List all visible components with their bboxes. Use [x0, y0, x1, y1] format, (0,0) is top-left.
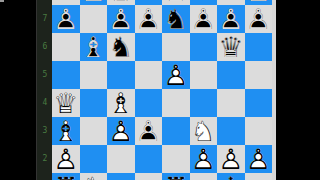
square-b1[interactable]: ♞♘ [80, 173, 108, 180]
square-c4[interactable]: ♝♗ [107, 89, 135, 117]
piece-glyph-outline: ♙ [52, 5, 80, 33]
piece-glyph-outline: ♙ [135, 5, 163, 33]
piece-black-pawn-f7[interactable]: ♟♙ [190, 5, 218, 33]
piece-white-pawn-a2[interactable]: ♟♙ [52, 145, 80, 173]
square-e6[interactable] [162, 33, 190, 61]
video-artifact [0, 0, 4, 2]
piece-black-queen-g6[interactable]: ♛♕ [217, 33, 245, 61]
square-a6[interactable] [52, 33, 80, 61]
square-c5[interactable] [107, 61, 135, 89]
square-a3[interactable]: ♝♗ [52, 117, 80, 145]
square-e7[interactable]: ♞♘ [162, 5, 190, 33]
square-g2[interactable]: ♟♙ [217, 145, 245, 173]
square-c2[interactable] [107, 145, 135, 173]
square-b7[interactable] [80, 5, 108, 33]
square-b3[interactable] [80, 117, 108, 145]
square-a1[interactable]: ♜♖ [52, 173, 80, 180]
square-c6[interactable]: ♞♘ [107, 33, 135, 61]
square-b4[interactable] [80, 89, 108, 117]
square-c7[interactable]: ♟♙ [107, 5, 135, 33]
square-f5[interactable] [190, 61, 218, 89]
square-f2[interactable]: ♟♙ [190, 145, 218, 173]
piece-white-queen-a4[interactable]: ♛♕ [52, 89, 80, 117]
square-d5[interactable] [135, 61, 163, 89]
rank-label-7: 7 [37, 14, 53, 24]
piece-glyph-outline: ♗ [107, 89, 135, 117]
rank-label-2: 2 [37, 154, 53, 164]
square-h7[interactable]: ♟♙ [245, 5, 273, 33]
piece-glyph-outline: ♙ [107, 5, 135, 33]
square-f6[interactable] [190, 33, 218, 61]
square-h2[interactable]: ♟♙ [245, 145, 273, 173]
square-d3[interactable]: ♟♙ [135, 117, 163, 145]
piece-glyph-outline: ♖ [162, 173, 190, 180]
square-a5[interactable] [52, 61, 80, 89]
square-d7[interactable]: ♟♙ [135, 5, 163, 33]
rank-label-6: 6 [37, 42, 53, 52]
square-e1[interactable]: ♜♖ [162, 173, 190, 180]
piece-glyph-outline: ♕ [52, 89, 80, 117]
piece-glyph-outline: ♖ [52, 173, 80, 180]
square-f1[interactable] [190, 173, 218, 180]
square-f7[interactable]: ♟♙ [190, 5, 218, 33]
piece-white-bishop-a3[interactable]: ♝♗ [52, 117, 80, 145]
board-right-edge [272, 0, 276, 180]
square-h5[interactable] [245, 61, 273, 89]
piece-glyph-outline: ♙ [52, 145, 80, 173]
piece-white-bishop-c4[interactable]: ♝♗ [107, 89, 135, 117]
square-d1[interactable] [135, 173, 163, 180]
piece-glyph-outline: ♙ [190, 5, 218, 33]
square-g4[interactable] [217, 89, 245, 117]
square-h3[interactable] [245, 117, 273, 145]
square-g6[interactable]: ♛♕ [217, 33, 245, 61]
square-b2[interactable] [80, 145, 108, 173]
piece-glyph-outline: ♕ [217, 33, 245, 61]
square-f4[interactable] [190, 89, 218, 117]
square-a2[interactable]: ♟♙ [52, 145, 80, 173]
piece-white-knight-b1[interactable]: ♞♘ [80, 173, 108, 180]
square-d4[interactable] [135, 89, 163, 117]
piece-white-pawn-c3[interactable]: ♟♙ [107, 117, 135, 145]
piece-black-pawn-d7[interactable]: ♟♙ [135, 5, 163, 33]
piece-white-pawn-g2[interactable]: ♟♙ [217, 145, 245, 173]
piece-black-pawn-h7[interactable]: ♟♙ [245, 5, 273, 33]
piece-black-pawn-d3[interactable]: ♟♙ [135, 117, 163, 145]
rank-label-4: 4 [37, 98, 53, 108]
square-c3[interactable]: ♟♙ [107, 117, 135, 145]
square-g3[interactable] [217, 117, 245, 145]
square-f3[interactable]: ♞♘ [190, 117, 218, 145]
piece-white-rook-e1[interactable]: ♜♖ [162, 173, 190, 180]
piece-white-pawn-f2[interactable]: ♟♙ [190, 145, 218, 173]
piece-glyph-outline: ♗ [52, 117, 80, 145]
rank-label-5: 5 [37, 70, 53, 80]
square-e3[interactable] [162, 117, 190, 145]
piece-white-king-g1[interactable]: ♚♔ [217, 173, 245, 180]
piece-glyph-outline: ♙ [107, 117, 135, 145]
piece-black-knight-e7[interactable]: ♞♘ [162, 5, 190, 33]
square-h4[interactable] [245, 89, 273, 117]
square-e4[interactable] [162, 89, 190, 117]
square-e5[interactable]: ♟♙ [162, 61, 190, 89]
square-g5[interactable] [217, 61, 245, 89]
square-a7[interactable]: ♟♙ [52, 5, 80, 33]
piece-black-pawn-c7[interactable]: ♟♙ [107, 5, 135, 33]
square-e2[interactable] [162, 145, 190, 173]
piece-glyph-outline: ♔ [217, 173, 245, 180]
square-a4[interactable]: ♛♕ [52, 89, 80, 117]
piece-black-bishop-b6[interactable]: ♝♗ [80, 33, 108, 61]
piece-black-pawn-a7[interactable]: ♟♙ [52, 5, 80, 33]
square-g7[interactable]: ♟♙ [217, 5, 245, 33]
piece-glyph-outline: ♙ [245, 145, 273, 173]
square-d6[interactable] [135, 33, 163, 61]
square-b5[interactable] [80, 61, 108, 89]
piece-glyph-outline: ♙ [190, 145, 218, 173]
square-h6[interactable] [245, 33, 273, 61]
piece-black-pawn-g7[interactable]: ♟♙ [217, 5, 245, 33]
piece-glyph-outline: ♙ [245, 5, 273, 33]
piece-glyph-outline: ♘ [162, 5, 190, 33]
piece-white-pawn-h2[interactable]: ♟♙ [245, 145, 273, 173]
piece-glyph-outline: ♙ [217, 5, 245, 33]
chess-board[interactable]: ♜♖♝♗♚♔♜♖♟♙♟♙♟♙♞♘♟♙♟♙♟♙♝♗♞♘♛♕♟♙♛♕♝♗♝♗♟♙♟♙… [52, 0, 272, 180]
square-g1[interactable]: ♚♔ [217, 173, 245, 180]
square-b6[interactable]: ♝♗ [80, 33, 108, 61]
piece-glyph-outline: ♙ [135, 117, 163, 145]
chess-app-frame: 765432 ♜♖♝♗♚♔♜♖♟♙♟♙♟♙♞♘♟♙♟♙♟♙♝♗♞♘♛♕♟♙♛♕♝… [0, 0, 320, 180]
piece-glyph-outline: ♙ [162, 61, 190, 89]
piece-black-knight-c6[interactable]: ♞♘ [107, 33, 135, 61]
piece-glyph-outline: ♗ [80, 33, 108, 61]
piece-glyph-outline: ♙ [217, 145, 245, 173]
piece-white-knight-f3[interactable]: ♞♘ [190, 117, 218, 145]
rank-coordinate-strip: 765432 [36, 0, 53, 180]
square-h1[interactable] [245, 173, 273, 180]
piece-glyph-outline: ♘ [190, 117, 218, 145]
piece-white-rook-a1[interactable]: ♜♖ [52, 173, 80, 180]
square-d2[interactable] [135, 145, 163, 173]
piece-glyph-outline: ♘ [80, 173, 108, 180]
rank-label-3: 3 [37, 126, 53, 136]
square-c1[interactable] [107, 173, 135, 180]
piece-white-pawn-e5[interactable]: ♟♙ [162, 61, 190, 89]
piece-glyph-outline: ♘ [107, 33, 135, 61]
